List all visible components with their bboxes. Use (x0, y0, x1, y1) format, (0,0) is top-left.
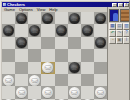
menu-item-help[interactable]: Help (49, 8, 57, 12)
square-e6[interactable] (55, 37, 68, 49)
settings-icon[interactable]: ▣ (116, 37, 123, 44)
square-c7[interactable]: ⛂ (28, 24, 41, 36)
white-checker-b2[interactable]: ⛀ (16, 87, 27, 98)
square-b8[interactable]: ⛂ (15, 12, 28, 24)
square-f5[interactable] (68, 49, 81, 61)
app-icon (3, 3, 6, 6)
square-b3[interactable] (15, 74, 28, 86)
hint-icon[interactable]: ? (123, 30, 130, 37)
black-checker-e7[interactable]: ⛂ (56, 25, 67, 36)
square-e8[interactable] (55, 12, 68, 24)
black-checker-f8[interactable]: ⛂ (69, 13, 80, 24)
white-checker-d2[interactable]: ⛀ (42, 87, 53, 98)
square-h4[interactable] (94, 62, 107, 74)
square-c1[interactable]: ⛀ (28, 99, 41, 100)
black-checker-d8[interactable]: ⛂ (42, 13, 53, 24)
white-checker-c1[interactable]: ⛀ (29, 99, 40, 100)
square-d5[interactable] (41, 49, 54, 61)
square-g7[interactable]: ⛂ (81, 24, 94, 36)
undo-icon[interactable]: ↶ (109, 30, 116, 37)
square-b4[interactable] (15, 62, 28, 74)
square-a3[interactable]: ⛀ (2, 74, 15, 86)
menu-item-game[interactable]: Game (4, 8, 15, 12)
square-f1[interactable] (68, 99, 81, 100)
square-d7[interactable] (41, 24, 54, 36)
square-g3[interactable] (81, 74, 94, 86)
sidebar-toolbar: ▦▤▥↶↷?◔▣i (109, 23, 130, 44)
black-checker-g7[interactable]: ⛂ (82, 25, 93, 36)
square-a8[interactable] (2, 12, 15, 24)
maximize-button[interactable]: □ (118, 3, 123, 7)
black-checker-h8[interactable]: ⛂ (95, 13, 106, 24)
white-checker-a3[interactable]: ⛀ (3, 75, 14, 86)
white-checker-g1[interactable]: ⛀ (82, 99, 93, 100)
white-checker-c3[interactable]: ⛀ (29, 75, 40, 86)
black-checker-f4[interactable]: ⛂ (69, 62, 80, 73)
new-game-icon[interactable]: ▦ (109, 23, 116, 30)
square-a4[interactable] (2, 62, 15, 74)
wood-indicator-panel (120, 9, 130, 22)
square-b7[interactable] (15, 24, 28, 36)
square-c4[interactable] (28, 62, 41, 74)
square-b5[interactable] (15, 49, 28, 61)
square-d3[interactable] (41, 74, 54, 86)
checkers-app-window: Checkers ─□✕ GameOptionsViewHelp ⛂⛂⛂⛂⛂⛂⛂… (0, 0, 130, 100)
square-e7[interactable]: ⛂ (55, 24, 68, 36)
square-a5[interactable] (2, 49, 15, 61)
square-g8[interactable] (81, 12, 94, 24)
white-checker-f2[interactable]: ⛀ (69, 87, 80, 98)
square-d1[interactable] (41, 99, 54, 100)
menu-item-view[interactable]: View (37, 8, 46, 12)
save-icon[interactable]: ▥ (123, 23, 130, 30)
square-h7[interactable] (94, 24, 107, 36)
minimize-button[interactable]: ─ (112, 3, 117, 7)
square-g6[interactable] (81, 37, 94, 49)
black-checker-b8[interactable]: ⛂ (16, 13, 27, 24)
square-g1[interactable]: ⛀ (81, 99, 94, 100)
square-e1[interactable]: ⛀ (55, 99, 68, 100)
square-f4[interactable]: ⛂ (68, 62, 81, 74)
square-f2[interactable]: ⛀ (68, 86, 81, 98)
white-checker-a1[interactable]: ⛀ (3, 99, 14, 100)
square-a1[interactable]: ⛀ (2, 99, 15, 100)
square-b2[interactable]: ⛀ (15, 86, 28, 98)
sidebar: ▦▤▥↶↷?◔▣i (107, 7, 130, 100)
square-h1[interactable] (94, 99, 107, 100)
square-a2[interactable] (2, 86, 15, 98)
white-checker-h2[interactable]: ⛀ (95, 87, 106, 98)
info-icon[interactable]: i (123, 37, 130, 44)
square-h6[interactable]: ⛂ (94, 37, 107, 49)
square-b1[interactable] (15, 99, 28, 100)
black-checker-c7[interactable]: ⛂ (29, 25, 40, 36)
square-c8[interactable] (28, 12, 41, 24)
square-f3[interactable] (68, 74, 81, 86)
open-icon[interactable]: ▤ (116, 23, 123, 30)
square-c5[interactable] (28, 49, 41, 61)
square-b6[interactable]: ⛂ (15, 37, 28, 49)
white-checker-d4[interactable]: ⛀ (42, 62, 53, 73)
square-g2[interactable] (81, 86, 94, 98)
square-e2[interactable] (55, 86, 68, 98)
checkers-board: ⛂⛂⛂⛂⛂⛂⛂⛂⛂⛂⛀⛂⛀⛀⛀⛀⛀⛀⛀⛀⛀⛀ (2, 12, 107, 100)
square-f7[interactable] (68, 24, 81, 36)
blue-indicator-panel (109, 9, 119, 22)
window-title: Checkers (7, 3, 112, 7)
wood-texture (121, 10, 129, 21)
square-c6[interactable] (28, 37, 41, 49)
menu-item-options[interactable]: Options (19, 8, 33, 12)
square-h8[interactable]: ⛂ (94, 12, 107, 24)
redo-icon[interactable]: ↷ (116, 30, 123, 37)
square-d8[interactable]: ⛂ (41, 12, 54, 24)
square-h5[interactable] (94, 49, 107, 61)
white-checker-e1[interactable]: ⛀ (56, 99, 67, 100)
square-f8[interactable]: ⛂ (68, 12, 81, 24)
square-d6[interactable] (41, 37, 54, 49)
square-c2[interactable] (28, 86, 41, 98)
square-a7[interactable]: ⛂ (2, 24, 15, 36)
close-button[interactable]: ✕ (124, 3, 129, 7)
black-checker-h6[interactable]: ⛂ (95, 37, 106, 48)
square-d4[interactable]: ⛀ (41, 62, 54, 74)
square-h3[interactable] (94, 74, 107, 86)
player-figure-icon (113, 13, 118, 21)
square-e4[interactable] (55, 62, 68, 74)
square-e3[interactable] (55, 74, 68, 86)
square-c3[interactable]: ⛀ (28, 74, 41, 86)
square-f6[interactable] (68, 37, 81, 49)
square-h2[interactable]: ⛀ (94, 86, 107, 98)
square-g5[interactable] (81, 49, 94, 61)
window-controls: ─□✕ (112, 3, 129, 7)
pieces-icon[interactable]: ◔ (109, 37, 116, 44)
black-checker-a7[interactable]: ⛂ (3, 25, 14, 36)
square-a6[interactable] (2, 37, 15, 49)
square-d2[interactable]: ⛀ (41, 86, 54, 98)
square-g4[interactable] (81, 62, 94, 74)
square-e5[interactable] (55, 49, 68, 61)
black-checker-b6[interactable]: ⛂ (16, 37, 27, 48)
